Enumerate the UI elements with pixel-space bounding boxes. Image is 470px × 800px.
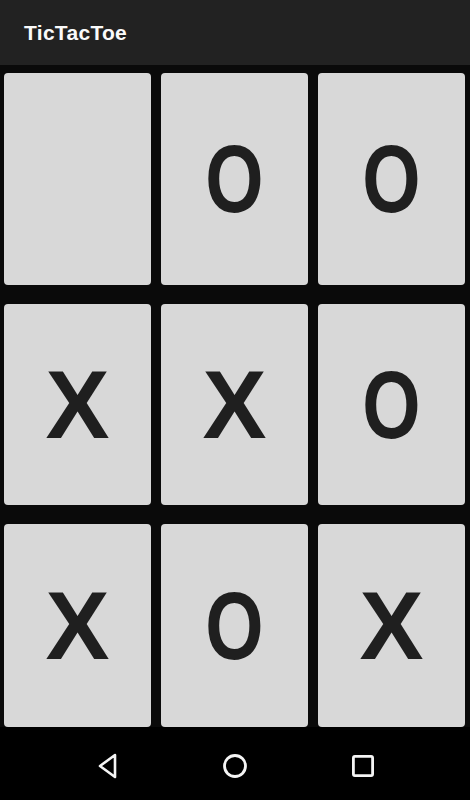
cell-r2c0[interactable]: X [4,524,151,727]
recents-icon [351,754,375,778]
cell-mark: X [202,357,266,453]
home-button[interactable] [221,752,249,780]
home-icon [222,753,248,779]
tictactoe-app: TicTacToe O O X X O X O X [0,0,470,800]
cell-r1c2[interactable]: O [318,304,465,505]
board-grid: O O X X O X O X [0,65,470,727]
cell-r0c1[interactable]: O [161,73,308,285]
cell-mark: O [205,131,263,227]
cell-mark: X [45,578,109,674]
cell-r1c0[interactable]: X [4,304,151,505]
cell-r0c2[interactable]: O [318,73,465,285]
cell-r0c0[interactable] [4,73,151,285]
cell-r2c2[interactable]: X [318,524,465,727]
back-icon [95,752,119,780]
cell-mark: X [45,357,109,453]
cell-mark: O [205,578,263,674]
app-bar: TicTacToe [0,0,470,65]
cell-mark: O [362,131,420,227]
back-button[interactable] [93,752,121,780]
cell-mark: X [359,578,423,674]
cell-r2c1[interactable]: O [161,524,308,727]
recents-button[interactable] [349,752,377,780]
cell-r1c1[interactable]: X [161,304,308,505]
cell-mark: O [362,357,420,453]
android-nav-bar [0,727,470,800]
app-title: TicTacToe [0,21,127,45]
